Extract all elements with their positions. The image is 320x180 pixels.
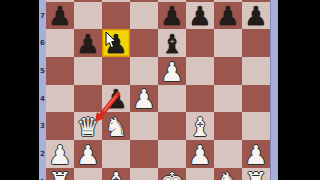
square-h3[interactable] [242, 112, 270, 140]
square-g2[interactable] [214, 140, 242, 168]
piece-white-p-b2[interactable]: ♟ [76, 139, 99, 170]
square-h7[interactable]: ♟ [242, 2, 270, 30]
piece-white-p-e5[interactable]: ♟ [160, 56, 183, 87]
square-a1[interactable]: ♜ [46, 168, 74, 180]
square-f6[interactable] [186, 29, 214, 57]
rank-label-7: 7 [39, 12, 46, 20]
square-f5[interactable] [186, 57, 214, 85]
square-b2[interactable]: ♟ [74, 140, 102, 168]
rank-label-6: 6 [39, 39, 46, 47]
rank-label-2: 2 [39, 150, 46, 158]
piece-white-p-a2[interactable]: ♟ [48, 139, 71, 170]
square-e1[interactable]: ♚ [158, 168, 186, 180]
piece-white-q-b3[interactable]: ♛ [76, 111, 99, 142]
square-c5[interactable] [102, 57, 130, 85]
square-a5[interactable] [46, 57, 74, 85]
square-g5[interactable] [214, 57, 242, 85]
square-c6[interactable]: ♟ [102, 29, 130, 57]
square-e6[interactable]: ♝ [158, 29, 186, 57]
rank-label-1: 1 [39, 178, 46, 180]
piece-black-p-c6[interactable]: ♟ [104, 28, 127, 59]
square-h5[interactable] [242, 57, 270, 85]
right-board-frame [270, 0, 278, 180]
square-a4[interactable] [46, 85, 74, 113]
rank-label-3: 3 [39, 122, 46, 130]
piece-white-b-f3[interactable]: ♝ [188, 111, 211, 142]
piece-white-r-h1[interactable]: ♜ [244, 166, 267, 180]
square-d3[interactable] [130, 112, 158, 140]
square-h6[interactable] [242, 29, 270, 57]
piece-black-p-f7[interactable]: ♟ [188, 0, 211, 31]
square-e4[interactable] [158, 85, 186, 113]
square-f2[interactable]: ♟ [186, 140, 214, 168]
square-h1[interactable]: ♜ [242, 168, 270, 180]
piece-white-k-e1[interactable]: ♚ [160, 166, 183, 180]
square-e5[interactable]: ♟ [158, 57, 186, 85]
square-g3[interactable] [214, 112, 242, 140]
chess-board[interactable]: ♜♞♛♚♝♞♜♟♟♟♟♟♟♟♝♟♟♟♛♞♝♟♟♟♟♜♝♚♞♜ [46, 0, 270, 180]
square-f1[interactable] [186, 168, 214, 180]
square-g1[interactable]: ♞ [214, 168, 242, 180]
square-d4[interactable]: ♟ [130, 85, 158, 113]
square-b1[interactable] [74, 168, 102, 180]
piece-black-b-e6[interactable]: ♝ [160, 28, 183, 59]
square-e2[interactable] [158, 140, 186, 168]
square-f4[interactable] [186, 85, 214, 113]
piece-black-p-a7[interactable]: ♟ [48, 0, 71, 31]
square-d5[interactable] [130, 57, 158, 85]
piece-white-n-c3[interactable]: ♞ [104, 111, 127, 142]
square-c7[interactable] [102, 2, 130, 30]
square-e3[interactable] [158, 112, 186, 140]
piece-white-p-h2[interactable]: ♟ [244, 139, 267, 170]
piece-white-p-d4[interactable]: ♟ [132, 83, 155, 114]
piece-white-n-g1[interactable]: ♞ [216, 166, 239, 180]
rank-label-4: 4 [39, 95, 46, 103]
square-a2[interactable]: ♟ [46, 140, 74, 168]
square-a6[interactable] [46, 29, 74, 57]
square-h2[interactable]: ♟ [242, 140, 270, 168]
square-f3[interactable]: ♝ [186, 112, 214, 140]
piece-black-p-g7[interactable]: ♟ [216, 0, 239, 31]
square-c4[interactable]: ♟ [102, 85, 130, 113]
square-b3[interactable]: ♛ [74, 112, 102, 140]
video-frame: 87654321 ♜♞♛♚♝♞♜♟♟♟♟♟♟♟♝♟♟♟♛♞♝♟♟♟♟♜♝♚♞♜ [0, 0, 320, 180]
piece-white-r-a1[interactable]: ♜ [48, 166, 71, 180]
square-d6[interactable] [130, 29, 158, 57]
piece-black-p-c4[interactable]: ♟ [104, 83, 127, 114]
square-c2[interactable] [102, 140, 130, 168]
square-b7[interactable] [74, 2, 102, 30]
square-b4[interactable] [74, 85, 102, 113]
square-b5[interactable] [74, 57, 102, 85]
square-g7[interactable]: ♟ [214, 2, 242, 30]
piece-black-p-h7[interactable]: ♟ [244, 0, 267, 31]
square-h4[interactable] [242, 85, 270, 113]
square-e7[interactable]: ♟ [158, 2, 186, 30]
square-d1[interactable] [130, 168, 158, 180]
square-d2[interactable] [130, 140, 158, 168]
square-a7[interactable]: ♟ [46, 2, 74, 30]
square-f7[interactable]: ♟ [186, 2, 214, 30]
square-b6[interactable]: ♟ [74, 29, 102, 57]
square-a3[interactable] [46, 112, 74, 140]
piece-black-p-e7[interactable]: ♟ [160, 0, 183, 31]
piece-black-p-b6[interactable]: ♟ [76, 28, 99, 59]
square-g6[interactable] [214, 29, 242, 57]
square-g4[interactable] [214, 85, 242, 113]
piece-white-p-f2[interactable]: ♟ [188, 139, 211, 170]
rank-label-5: 5 [39, 67, 46, 75]
square-c1[interactable]: ♝ [102, 168, 130, 180]
piece-white-b-c1[interactable]: ♝ [104, 166, 127, 180]
square-c3[interactable]: ♞ [102, 112, 130, 140]
square-d7[interactable] [130, 2, 158, 30]
